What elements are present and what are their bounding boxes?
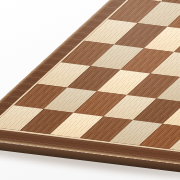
chessboard-product-photo	[0, 0, 180, 180]
chess-board	[0, 0, 180, 171]
